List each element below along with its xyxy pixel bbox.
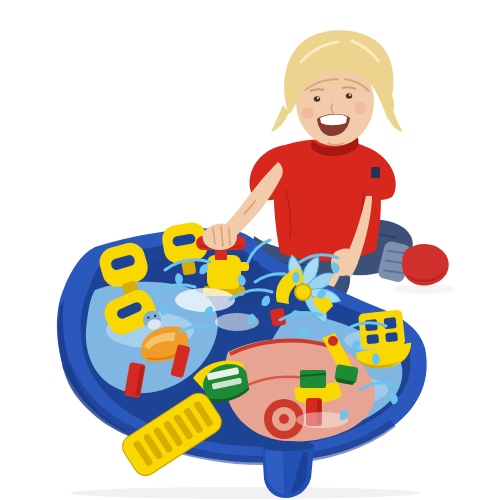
torso-shirt (250, 130, 396, 261)
shirt-right-sleeve (365, 147, 396, 200)
green-container (300, 370, 326, 388)
sock-shadow (394, 284, 454, 294)
wheel-hub (295, 284, 311, 300)
left-hand (203, 224, 237, 250)
hair-left-lock (271, 105, 289, 132)
sleeve-tag (371, 167, 380, 178)
floor-shadow (70, 487, 420, 499)
cheek-right (354, 102, 366, 114)
hair-right-lock (388, 102, 403, 132)
red-sock (402, 244, 449, 286)
foam-patch-1 (175, 288, 235, 312)
scene-svg (0, 0, 500, 500)
cheek-left (302, 107, 314, 119)
crane-knob (328, 336, 338, 346)
product-photo (0, 0, 500, 500)
shirt-body (274, 139, 381, 261)
head (271, 30, 403, 146)
